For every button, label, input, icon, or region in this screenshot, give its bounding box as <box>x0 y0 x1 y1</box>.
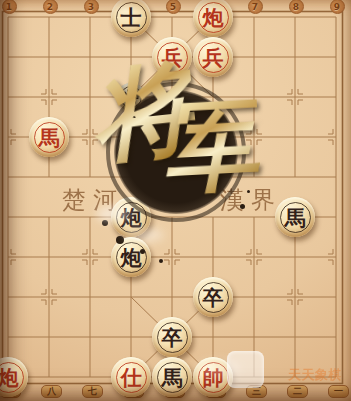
piece-black-soldier[interactable]: 卒 <box>193 277 233 317</box>
piece-ring <box>157 362 188 393</box>
file-label-top-3: 3 <box>84 0 99 14</box>
file-label-bottom-3: 七 <box>82 385 103 398</box>
watermark-text: 天天象棋 <box>288 366 342 384</box>
piece-black-soldier[interactable]: 卒 <box>152 317 192 357</box>
piece-ring <box>34 122 65 153</box>
piece-red-horse[interactable]: 馬 <box>29 117 69 157</box>
piece-ring <box>198 282 229 313</box>
file-label-top-9: 9 <box>330 0 345 14</box>
watermark-logo <box>227 351 264 388</box>
piece-ring <box>116 2 147 33</box>
ink-splatter-dot <box>240 204 245 209</box>
piece-black-horse[interactable]: 馬 <box>275 197 315 237</box>
file-label-top-7: 7 <box>248 0 263 14</box>
file-label-bottom-2: 八 <box>41 385 62 398</box>
file-label-bottom-8: 二 <box>287 385 308 398</box>
piece-ring <box>157 322 188 353</box>
piece-red-soldier[interactable]: 兵 <box>193 37 233 77</box>
piece-red-advisor[interactable]: 仕 <box>111 357 151 397</box>
smoke-effect <box>124 228 164 242</box>
piece-ring <box>116 362 147 393</box>
ink-splatter-dot <box>140 249 145 254</box>
piece-ring <box>116 242 147 273</box>
file-label-bottom-9: 一 <box>328 385 349 398</box>
ink-splatter-dot <box>159 259 163 263</box>
piece-black-horse[interactable]: 馬 <box>152 357 192 397</box>
ink-splatter-dot <box>116 236 124 244</box>
file-label-top-5: 5 <box>166 0 181 14</box>
file-label-top-8: 8 <box>289 0 304 14</box>
piece-ring <box>198 2 229 33</box>
piece-ring <box>0 362 24 393</box>
file-label-top-1: 1 <box>2 0 17 14</box>
xiangqi-board-screen: 楚河 漢界 士炮兵兵将馬炮馬炮卒卒炮仕馬帥 将 军 天天象棋 123456789… <box>0 0 351 401</box>
check-text-jun: 军 <box>160 96 262 198</box>
piece-ring <box>198 42 229 73</box>
smoke-effect <box>96 206 130 222</box>
piece-ring <box>280 202 311 233</box>
file-label-top-2: 2 <box>43 0 58 14</box>
